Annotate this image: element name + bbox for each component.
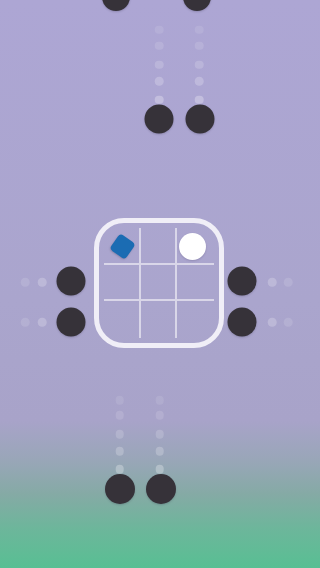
board-cell-r2c1	[141, 301, 178, 338]
trail-dot	[115, 411, 124, 420]
trail-dot	[155, 465, 164, 474]
trail-dot	[268, 318, 277, 327]
board-cell-r0c1	[141, 228, 178, 265]
left-dot-bottom[interactable]	[57, 307, 86, 336]
top-edge-dot-left[interactable]	[102, 0, 130, 11]
trail-dot	[284, 278, 293, 287]
upper-dot-left[interactable]	[145, 104, 174, 133]
trail-dot	[38, 318, 47, 327]
trail-dot	[21, 278, 30, 287]
trail-dot	[195, 77, 204, 86]
board-cell-r1c0	[104, 265, 141, 302]
board-cell-r2c0	[104, 301, 141, 338]
trail-dot	[115, 447, 124, 456]
trail-dot	[195, 41, 204, 50]
upper-dot-right[interactable]	[186, 104, 215, 133]
trail-dot	[195, 95, 204, 104]
trail-dot	[284, 318, 293, 327]
trail-dot	[155, 41, 164, 50]
board-cell-r0c0	[104, 228, 141, 265]
board-cell-r2c2	[177, 301, 214, 338]
trail-dot	[115, 396, 124, 405]
trail-dot	[155, 95, 164, 104]
white-circle-piece[interactable]	[179, 233, 206, 260]
right-dot-bottom[interactable]	[228, 307, 257, 336]
trail-dot	[115, 430, 124, 439]
top-edge-dot-right[interactable]	[183, 0, 211, 11]
board-cell-r1c1	[141, 265, 178, 302]
trail-dot	[195, 60, 204, 69]
trail-dot	[155, 25, 164, 34]
trail-dot	[155, 411, 164, 420]
game-screen	[0, 0, 320, 568]
trail-dot	[38, 278, 47, 287]
board-cell-r1c2	[177, 265, 214, 302]
bottom-dot-left[interactable]	[105, 474, 135, 504]
trail-dot	[155, 396, 164, 405]
board-grid-3x3	[104, 228, 214, 338]
blue-square-piece[interactable]	[109, 233, 135, 259]
trail-dot	[155, 430, 164, 439]
trail-dot	[195, 25, 204, 34]
right-dot-top[interactable]	[228, 267, 257, 296]
board-cell-r0c2	[177, 228, 214, 265]
trail-dot	[155, 77, 164, 86]
trail-dot	[155, 60, 164, 69]
trail-dot	[155, 447, 164, 456]
trail-dot	[268, 278, 277, 287]
trail-dot	[115, 465, 124, 474]
trail-dot	[21, 318, 30, 327]
bottom-dot-right[interactable]	[146, 474, 176, 504]
left-dot-top[interactable]	[57, 267, 86, 296]
puzzle-board	[94, 218, 224, 348]
